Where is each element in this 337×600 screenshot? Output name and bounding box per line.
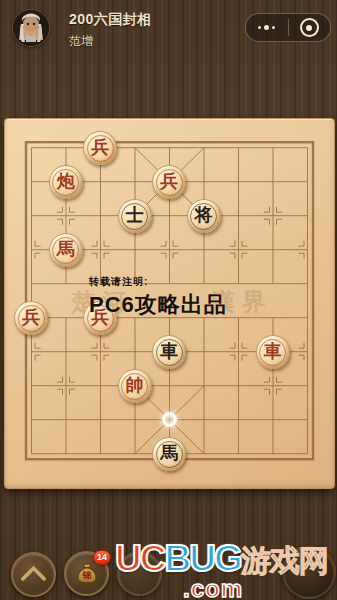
chevron-up-icon [20, 565, 47, 592]
more-dots-icon [258, 25, 275, 30]
watermark-bug: BUG [164, 538, 240, 579]
pieces-layer: 兵炮兵士将馬兵兵車車帥馬 [14, 131, 325, 471]
screen: 200六国封相 范增 楚 河漢 界 兵炮兵士将馬兵兵車車帥馬 转载请注明: PC… [0, 0, 337, 600]
level-title: 200六国封相 [69, 11, 152, 29]
player-name: 范增 [69, 33, 152, 50]
piece-red-soldier-4[interactable]: 兵 [83, 301, 117, 335]
piece-red-chariot[interactable]: 車 [256, 335, 290, 369]
piece-glyph: 車 [160, 342, 178, 360]
record-circle-icon [300, 18, 319, 37]
piece-glyph: 車 [264, 342, 282, 360]
piece-red-soldier-2[interactable]: 兵 [152, 165, 186, 199]
hint-count-badge: 14 [93, 550, 111, 565]
wechat-capsule [245, 13, 331, 42]
piece-red-general[interactable]: 帥 [118, 369, 152, 403]
piece-glyph: 兵 [91, 138, 109, 156]
piece-red-soldier-3[interactable]: 兵 [14, 301, 48, 335]
piece-red-cannon[interactable]: 炮 [49, 165, 83, 199]
header: 200六国封相 范增 [0, 0, 337, 60]
piece-glyph: 炮 [57, 172, 75, 190]
piece-glyph: 馬 [160, 444, 178, 462]
avatar-image [13, 10, 49, 46]
footer-right-button[interactable] [282, 545, 336, 599]
piece-glyph: 士 [126, 206, 144, 224]
exit-button[interactable] [289, 14, 331, 41]
piece-black-advisor[interactable]: 士 [118, 199, 152, 233]
piece-red-horse[interactable]: 馬 [49, 233, 83, 267]
piece-red-soldier-1[interactable]: 兵 [83, 131, 117, 165]
piece-glyph: 兵 [22, 308, 40, 326]
hint-bag-button[interactable]: 锦 14 [64, 551, 109, 596]
piece-glyph: 帥 [126, 376, 144, 394]
hint-bag-label: 锦 [81, 570, 91, 580]
avatar[interactable] [12, 9, 50, 47]
piece-black-chariot[interactable]: 車 [152, 335, 186, 369]
piece-glyph: 将 [195, 206, 213, 224]
xiangqi-board[interactable]: 楚 河漢 界 兵炮兵士将馬兵兵車車帥馬 转载请注明: PC6攻略出品 [4, 118, 335, 489]
piece-glyph: 馬 [57, 240, 75, 258]
piece-black-horse[interactable]: 馬 [152, 437, 186, 471]
watermark-com: .com [183, 575, 243, 600]
hidden-button[interactable] [117, 551, 162, 596]
piece-glyph: 兵 [91, 308, 109, 326]
piece-glyph: 兵 [160, 172, 178, 190]
collapse-button[interactable] [11, 552, 56, 597]
more-button[interactable] [246, 14, 288, 41]
piece-black-general[interactable]: 将 [187, 199, 221, 233]
